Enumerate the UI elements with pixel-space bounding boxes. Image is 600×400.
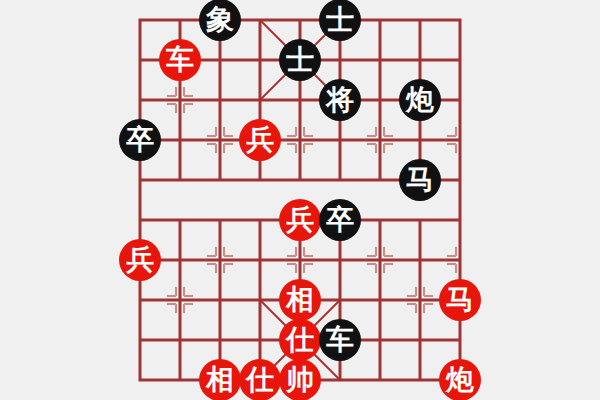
xiangqi-board-screen: 象士车士将炮卒兵马兵卒兵相马仕车相仕帅炮: [0, 0, 600, 400]
black-cannon[interactable]: 炮: [399, 79, 441, 121]
red-elephant[interactable]: 相: [279, 279, 321, 321]
black-soldier[interactable]: 卒: [119, 119, 161, 161]
black-advisor[interactable]: 士: [319, 0, 361, 41]
black-general[interactable]: 将: [319, 79, 361, 121]
xiangqi-board[interactable]: 象士车士将炮卒兵马兵卒兵相马仕车相仕帅炮: [120, 0, 480, 400]
red-horse[interactable]: 马: [439, 279, 481, 321]
red-advisor[interactable]: 仕: [239, 359, 281, 400]
red-cannon[interactable]: 炮: [439, 359, 481, 400]
red-elephant[interactable]: 相: [199, 359, 241, 400]
black-chariot[interactable]: 车: [319, 319, 361, 361]
black-advisor[interactable]: 士: [279, 39, 321, 81]
red-chariot[interactable]: 车: [159, 39, 201, 81]
red-soldier[interactable]: 兵: [279, 199, 321, 241]
black-elephant[interactable]: 象: [199, 0, 241, 41]
red-general[interactable]: 帅: [279, 359, 321, 400]
black-soldier[interactable]: 卒: [319, 199, 361, 241]
black-horse[interactable]: 马: [399, 159, 441, 201]
red-advisor[interactable]: 仕: [279, 319, 321, 361]
red-soldier[interactable]: 兵: [119, 239, 161, 281]
red-soldier[interactable]: 兵: [239, 119, 281, 161]
